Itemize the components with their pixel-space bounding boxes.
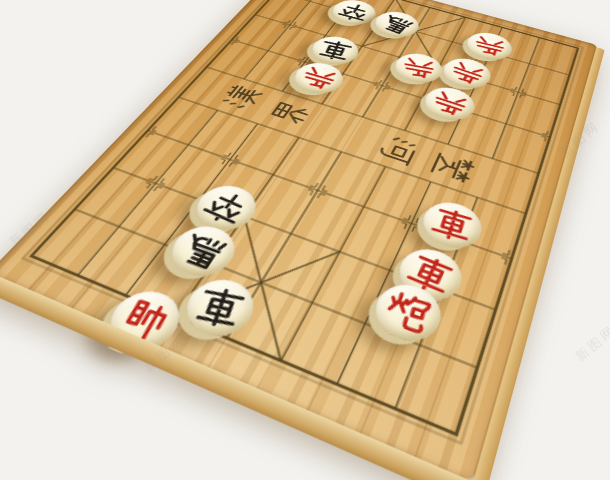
xiangqi-board[interactable] [0, 0, 597, 480]
watermark-text: 新图网 [572, 321, 610, 366]
river-text-char [432, 152, 475, 183]
river-text-char [378, 135, 417, 165]
xiangqi-board-3d [0, 0, 597, 480]
photo-stage: 新图网新图网新图网新图网 [0, 0, 610, 480]
river-text-char [221, 84, 262, 110]
river-text-char [272, 102, 310, 124]
